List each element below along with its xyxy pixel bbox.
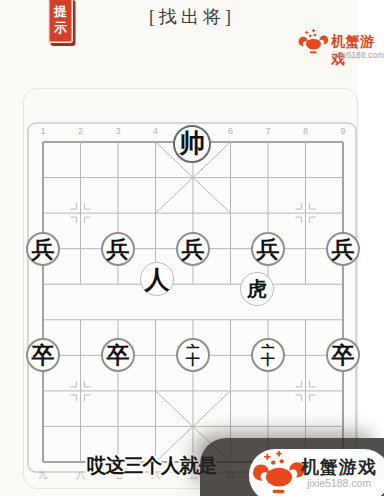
hint-stamp-char2: 示: [54, 20, 67, 36]
crab-logo-icon: [252, 451, 306, 496]
piece-bing-4[interactable]: 兵: [251, 232, 285, 266]
piece-ren[interactable]: 人: [140, 262, 174, 296]
piece-zu-2[interactable]: 卒: [101, 338, 135, 372]
piece-zu-1[interactable]: 卒: [26, 338, 60, 372]
board-coordinate-label: 8: [303, 126, 308, 136]
board-coordinate-label: 八: [76, 470, 85, 480]
watermark-top-site: jixie5188.com: [332, 50, 384, 60]
piece-bing-2[interactable]: 兵: [101, 232, 135, 266]
board-coordinate-label: 7: [265, 126, 270, 136]
piece-zu-4[interactable]: 亠十: [251, 338, 285, 372]
board-coordinate-label: 1: [40, 126, 45, 136]
board-grid: 123456789九八七六五四三二一: [27, 122, 357, 473]
dialogue-caption: 哎这三个人就是: [87, 452, 217, 479]
screen: 提 示 [找出将] 机蟹游戏 jixie5188.com 123456789九八…: [0, 0, 384, 496]
board-coordinate-label: 九: [39, 470, 48, 480]
board-coordinate-label: 2: [78, 126, 83, 136]
piece-bing-1[interactable]: 兵: [26, 232, 60, 266]
hint-stamp-button[interactable]: 提 示: [48, 0, 73, 43]
board-coordinate-label: 3: [115, 126, 120, 136]
watermark-brand: 机蟹游戏: [301, 455, 377, 479]
piece-shuai[interactable]: 帅: [173, 125, 211, 163]
watermark-site: jixie5188.com: [307, 477, 371, 489]
piece-bing-3[interactable]: 兵: [176, 232, 210, 266]
crab-logo-icon: [298, 29, 329, 55]
board-coordinate-label: 4: [153, 126, 158, 136]
piece-hu[interactable]: 虎: [240, 272, 274, 306]
board-coordinate-label: 9: [340, 126, 345, 136]
piece-zu-5[interactable]: 卒: [326, 338, 360, 372]
piece-part-bottom: 十: [261, 354, 275, 365]
piece-zu-3[interactable]: 亠十: [176, 338, 210, 372]
piece-bing-5[interactable]: 兵: [326, 232, 360, 266]
board-coordinate-label: 6: [228, 126, 233, 136]
hint-stamp-char1: 提: [54, 4, 67, 20]
piece-part-bottom: 十: [186, 354, 200, 365]
